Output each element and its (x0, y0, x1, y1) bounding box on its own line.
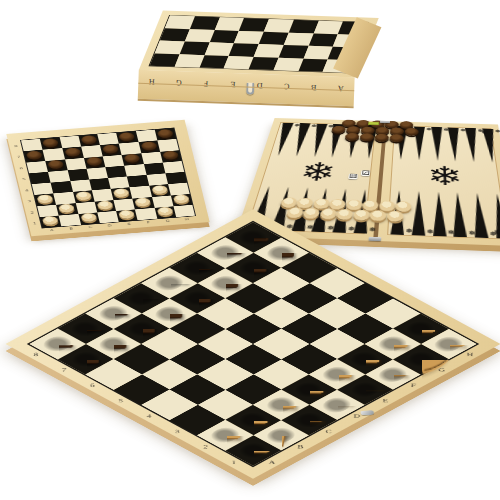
checkers-play-area (20, 127, 196, 228)
checkers-file-label: A (42, 228, 63, 235)
light-backgammon-checker (352, 209, 369, 220)
dark-backgammon-checker (389, 134, 403, 142)
checkers-square (59, 214, 81, 226)
product-photo-stage: 8765 ABCDEFGH 87654321 ABCDEFGH ❅❅❅❅❅❅❅❅… (0, 0, 500, 500)
dark-backgammon-checker (404, 128, 418, 136)
checkers-square (97, 211, 119, 223)
dark-backgammon-checker (344, 133, 359, 141)
light-checker (96, 200, 113, 210)
light-checker (75, 191, 92, 201)
box-file-label: G (165, 78, 192, 88)
light-checker (113, 188, 130, 198)
chess-play-area: ♜♞♝♛♚♝♞♜♟♟♟♟♟♟♟♟♟♟♟♟♟♟♟♟♜♞♝♛♚♝♞♜ (27, 221, 480, 467)
dark-checker (64, 147, 81, 157)
light-checker (151, 185, 168, 195)
box-clasp-icon (246, 83, 254, 95)
checkers-square (116, 209, 138, 221)
dark-checker (124, 154, 141, 164)
rank-label: 8 (30, 344, 42, 366)
box-file-label: B (300, 82, 327, 92)
box-file-label: E (219, 80, 246, 90)
dark-checker (80, 135, 97, 145)
box-file-label: F (192, 79, 219, 89)
light-backgammon-checker (336, 209, 354, 220)
checkers-file-label: D (100, 223, 121, 230)
dark-backgammon-checker (359, 133, 374, 141)
light-backgammon-checker (369, 210, 386, 221)
dark-checker (162, 151, 179, 161)
light-checker (42, 216, 59, 226)
dark-checker (119, 132, 136, 142)
dark-checker (157, 129, 174, 139)
dark-checker (26, 150, 43, 160)
checkers-file-label: C (80, 224, 101, 231)
chess-board: ♜♞♝♛♚♝♞♜♟♟♟♟♟♟♟♟♟♟♟♟♟♟♟♟♜♞♝♛♚♝♞♜ 8765432… (6, 209, 500, 479)
light-checker (80, 213, 97, 223)
backgammon-sticker (368, 122, 379, 125)
checkers-square (40, 215, 62, 227)
box-front-face: ABCDEFGH (138, 70, 355, 109)
checkers-file-label: B (61, 226, 82, 233)
closed-chess-box: 8765 ABCDEFGH (129, 9, 392, 122)
box-file-label: C (273, 81, 300, 91)
dark-checker (140, 141, 157, 151)
dark-checker (102, 144, 119, 154)
backgammon-hinge-far (380, 121, 390, 124)
backgammon-hinge-near (369, 237, 382, 241)
light-checker (135, 197, 152, 207)
light-checker (37, 194, 54, 204)
dark-backgammon-checker (331, 126, 346, 134)
dark-checker (86, 157, 103, 167)
light-checker (58, 203, 75, 213)
light-checker (173, 194, 190, 204)
light-backgammon-checker (302, 208, 320, 219)
checkers-square (78, 212, 100, 224)
dark-checker (48, 160, 65, 170)
box-file-label: H (138, 77, 165, 87)
light-backgammon-checker (319, 208, 337, 219)
light-backgammon-checker (386, 211, 403, 222)
light-checker (118, 210, 135, 220)
box-file-label: A (327, 83, 354, 93)
dark-backgammon-checker (374, 134, 389, 142)
dark-checker (42, 138, 59, 148)
